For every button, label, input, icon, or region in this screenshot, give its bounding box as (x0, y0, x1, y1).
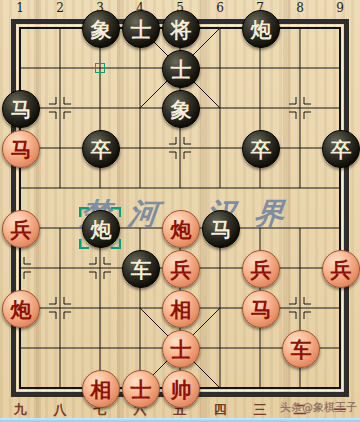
piece-red-chariot[interactable]: 车 (282, 330, 320, 368)
piece-red-soldier[interactable]: 兵 (2, 210, 40, 248)
piece-glyph: 象 (171, 99, 192, 120)
piece-glyph: 炮 (91, 219, 112, 240)
piece-glyph: 卒 (251, 139, 272, 160)
piece-red-advisor[interactable]: 士 (162, 330, 200, 368)
last-move-origin-marker (95, 63, 105, 73)
piece-glyph: 帅 (171, 379, 192, 400)
piece-black-advisor[interactable]: 士 (122, 10, 160, 48)
piece-red-general[interactable]: 帅 (162, 370, 200, 408)
piece-black-cannon[interactable]: 炮 (82, 210, 120, 248)
piece-black-horse[interactable]: 马 (2, 90, 40, 128)
piece-black-horse[interactable]: 马 (202, 210, 240, 248)
piece-glyph: 炮 (11, 299, 32, 320)
piece-black-chariot[interactable]: 车 (122, 250, 160, 288)
piece-black-soldier[interactable]: 卒 (242, 130, 280, 168)
piece-glyph: 士 (131, 379, 152, 400)
piece-black-soldier[interactable]: 卒 (322, 130, 360, 168)
piece-glyph: 马 (251, 299, 272, 320)
piece-glyph: 兵 (11, 219, 32, 240)
piece-red-cannon[interactable]: 炮 (162, 210, 200, 248)
piece-red-advisor[interactable]: 士 (122, 370, 160, 408)
bottom-edge-strip (0, 418, 360, 422)
piece-glyph: 将 (171, 19, 192, 40)
piece-glyph: 相 (171, 299, 192, 320)
piece-black-soldier[interactable]: 卒 (82, 130, 120, 168)
piece-glyph: 士 (171, 339, 192, 360)
piece-black-cannon[interactable]: 炮 (242, 10, 280, 48)
piece-red-cannon[interactable]: 炮 (2, 290, 40, 328)
piece-glyph: 车 (131, 259, 152, 280)
piece-black-advisor[interactable]: 士 (162, 50, 200, 88)
piece-red-soldier[interactable]: 兵 (322, 250, 360, 288)
piece-glyph: 马 (11, 99, 32, 120)
file-label-top-2: 2 (56, 1, 64, 15)
piece-glyph: 车 (291, 339, 312, 360)
piece-glyph: 炮 (251, 19, 272, 40)
file-label-bottom-6: 四 (214, 401, 227, 419)
piece-glyph: 马 (11, 139, 32, 160)
piece-glyph: 马 (211, 219, 232, 240)
file-label-top-1: 1 (16, 1, 24, 15)
piece-glyph: 相 (91, 379, 112, 400)
xiangqi-board: 楚河 汉界 123456789 九八七六五四三二一 象士将炮士马象卒卒卒炮马车马… (0, 0, 360, 422)
piece-glyph: 士 (131, 19, 152, 40)
piece-glyph: 炮 (171, 219, 192, 240)
piece-glyph: 兵 (251, 259, 272, 280)
piece-glyph: 象 (91, 19, 112, 40)
piece-red-soldier[interactable]: 兵 (162, 250, 200, 288)
piece-red-horse[interactable]: 马 (2, 130, 40, 168)
piece-black-general[interactable]: 将 (162, 10, 200, 48)
piece-glyph: 士 (171, 59, 192, 80)
file-label-bottom-7: 三 (254, 401, 267, 419)
piece-black-elephant[interactable]: 象 (162, 90, 200, 128)
piece-red-elephant[interactable]: 相 (162, 290, 200, 328)
piece-black-elephant[interactable]: 象 (82, 10, 120, 48)
file-label-bottom-1: 九 (14, 401, 27, 419)
file-label-top-6: 6 (216, 1, 224, 15)
piece-glyph: 兵 (171, 259, 192, 280)
file-label-top-9: 9 (336, 1, 344, 15)
file-label-bottom-2: 八 (54, 401, 67, 419)
piece-glyph: 兵 (331, 259, 352, 280)
piece-glyph: 卒 (331, 139, 352, 160)
piece-red-elephant[interactable]: 相 (82, 370, 120, 408)
piece-red-soldier[interactable]: 兵 (242, 250, 280, 288)
file-label-top-8: 8 (296, 1, 304, 15)
watermark: 头条@象棋王子 (280, 400, 357, 415)
piece-red-horse[interactable]: 马 (242, 290, 280, 328)
piece-glyph: 卒 (91, 139, 112, 160)
